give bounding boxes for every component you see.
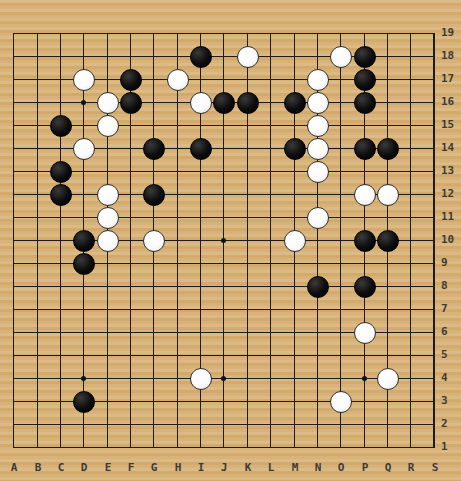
column-label: R — [399, 461, 423, 474]
white-stone — [354, 184, 376, 206]
star-point — [221, 376, 226, 381]
white-stone — [97, 115, 119, 137]
white-stone — [354, 322, 376, 344]
row-label: 4 — [441, 371, 461, 384]
column-label: S — [423, 461, 447, 474]
star-point — [81, 100, 86, 105]
white-stone — [73, 138, 95, 160]
black-stone — [73, 391, 95, 413]
white-stone — [97, 184, 119, 206]
white-stone — [307, 92, 329, 114]
row-label: 12 — [441, 187, 461, 200]
black-stone — [50, 115, 72, 137]
black-stone — [284, 138, 306, 160]
white-stone — [73, 69, 95, 91]
row-label: 6 — [441, 325, 461, 338]
white-stone — [284, 230, 306, 252]
black-stone — [354, 46, 376, 68]
black-stone — [307, 276, 329, 298]
row-label: 19 — [441, 26, 461, 39]
white-stone — [377, 184, 399, 206]
white-stone — [307, 69, 329, 91]
black-stone — [143, 138, 165, 160]
row-label: 5 — [441, 348, 461, 361]
row-label: 15 — [441, 118, 461, 131]
black-stone — [377, 230, 399, 252]
row-label: 13 — [441, 164, 461, 177]
column-label: G — [142, 461, 166, 474]
column-label: D — [72, 461, 96, 474]
row-label: 18 — [441, 49, 461, 62]
column-label: N — [306, 461, 330, 474]
black-stone — [143, 184, 165, 206]
row-label: 2 — [441, 417, 461, 430]
white-stone — [167, 69, 189, 91]
column-label: C — [49, 461, 73, 474]
row-label: 10 — [441, 233, 461, 246]
column-label: P — [353, 461, 377, 474]
white-stone — [237, 46, 259, 68]
white-stone — [377, 368, 399, 390]
white-stone — [307, 115, 329, 137]
row-label: 17 — [441, 72, 461, 85]
white-stone — [307, 161, 329, 183]
column-label: E — [96, 461, 120, 474]
black-stone — [73, 253, 95, 275]
white-stone — [307, 207, 329, 229]
black-stone — [354, 69, 376, 91]
white-stone — [143, 230, 165, 252]
white-stone — [97, 92, 119, 114]
star-point — [362, 376, 367, 381]
black-stone — [354, 92, 376, 114]
black-stone — [284, 92, 306, 114]
column-label: L — [259, 461, 283, 474]
black-stone — [354, 276, 376, 298]
column-label: H — [166, 461, 190, 474]
row-label: 9 — [441, 256, 461, 269]
star-point — [221, 238, 226, 243]
column-label: Q — [376, 461, 400, 474]
column-label: I — [189, 461, 213, 474]
column-label: K — [236, 461, 260, 474]
column-label: F — [119, 461, 143, 474]
grid-line-vertical — [434, 33, 435, 448]
white-stone — [97, 207, 119, 229]
black-stone — [213, 92, 235, 114]
row-label: 16 — [441, 95, 461, 108]
row-label: 8 — [441, 279, 461, 292]
column-label: A — [2, 461, 26, 474]
go-board-app: ABCDEFGHIJKLMNOPQRS191817161514131211109… — [0, 0, 461, 481]
white-stone — [307, 138, 329, 160]
star-point — [81, 376, 86, 381]
column-label: J — [212, 461, 236, 474]
white-stone — [97, 230, 119, 252]
black-stone — [237, 92, 259, 114]
black-stone — [73, 230, 95, 252]
black-stone — [190, 46, 212, 68]
black-stone — [50, 184, 72, 206]
row-label: 14 — [441, 141, 461, 154]
black-stone — [354, 230, 376, 252]
row-label: 3 — [441, 394, 461, 407]
black-stone — [354, 138, 376, 160]
white-stone — [190, 92, 212, 114]
white-stone — [330, 391, 352, 413]
column-label: M — [283, 461, 307, 474]
black-stone — [377, 138, 399, 160]
column-label: B — [26, 461, 50, 474]
black-stone — [120, 69, 142, 91]
black-stone — [120, 92, 142, 114]
white-stone — [190, 368, 212, 390]
black-stone — [190, 138, 212, 160]
row-label: 7 — [441, 302, 461, 315]
column-label: O — [329, 461, 353, 474]
row-label: 1 — [441, 440, 461, 453]
black-stone — [50, 161, 72, 183]
row-label: 11 — [441, 210, 461, 223]
white-stone — [330, 46, 352, 68]
